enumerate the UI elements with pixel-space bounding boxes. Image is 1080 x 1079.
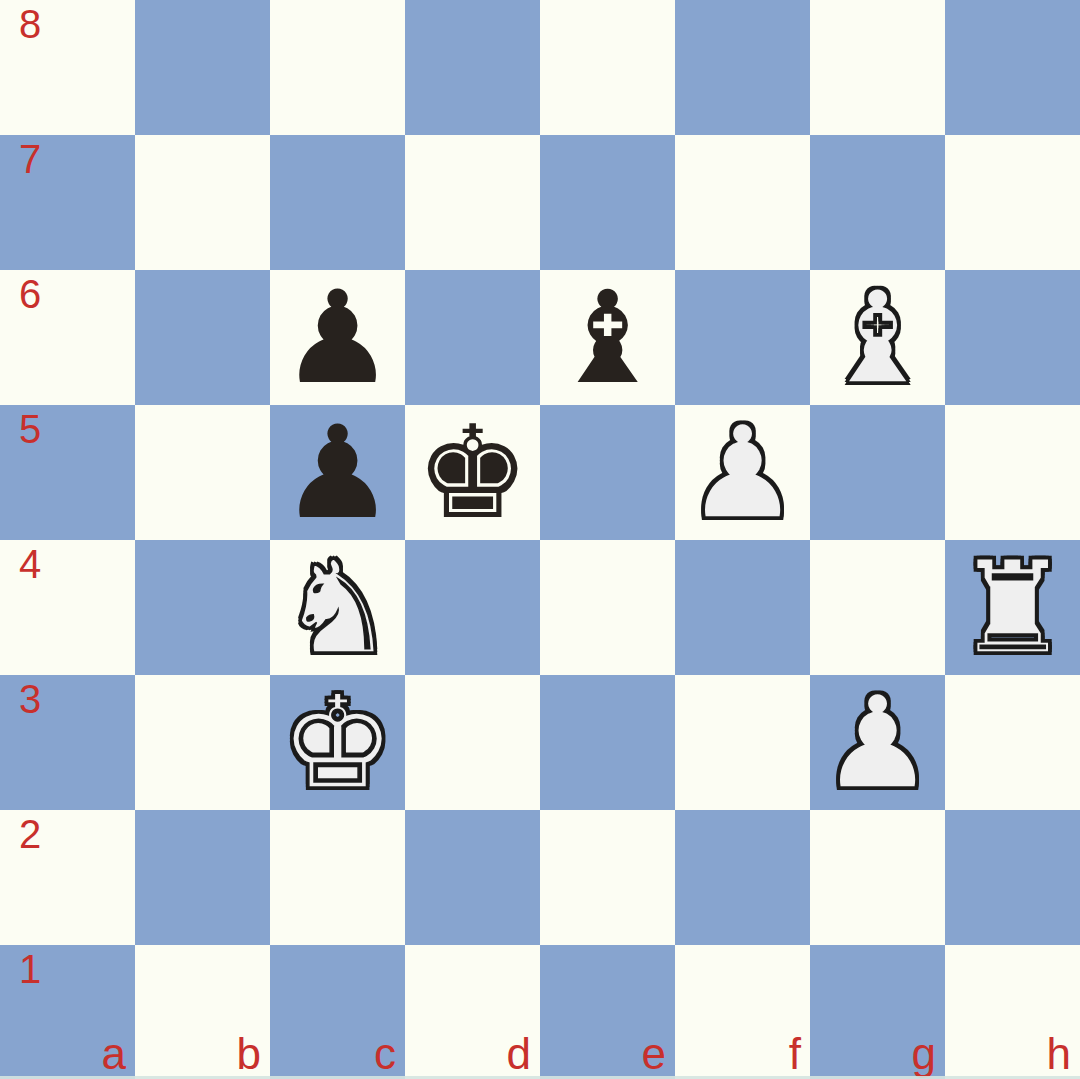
- square-e2[interactable]: [540, 810, 675, 945]
- square-c1[interactable]: [270, 945, 405, 1079]
- square-c2[interactable]: [270, 810, 405, 945]
- square-a1[interactable]: [0, 945, 135, 1079]
- square-f5[interactable]: ♟: [675, 405, 810, 540]
- white-knight: ♞: [280, 540, 395, 675]
- square-f7[interactable]: [675, 135, 810, 270]
- white-pawn: ♟: [685, 405, 800, 540]
- square-h3[interactable]: [945, 675, 1080, 810]
- square-f3[interactable]: [675, 675, 810, 810]
- square-a7[interactable]: [0, 135, 135, 270]
- square-h5[interactable]: [945, 405, 1080, 540]
- square-c7[interactable]: [270, 135, 405, 270]
- square-a4[interactable]: [0, 540, 135, 675]
- square-h8[interactable]: [945, 0, 1080, 135]
- square-b4[interactable]: [135, 540, 270, 675]
- black-bishop: ♝: [550, 270, 665, 405]
- square-f6[interactable]: [675, 270, 810, 405]
- square-h4[interactable]: ♜: [945, 540, 1080, 675]
- square-b5[interactable]: [135, 405, 270, 540]
- square-d4[interactable]: [405, 540, 540, 675]
- white-pawn: ♟: [820, 675, 935, 810]
- square-f8[interactable]: [675, 0, 810, 135]
- black-king: ♚: [415, 405, 530, 540]
- square-d6[interactable]: [405, 270, 540, 405]
- square-a8[interactable]: [0, 0, 135, 135]
- square-g8[interactable]: [810, 0, 945, 135]
- square-f2[interactable]: [675, 810, 810, 945]
- square-e5[interactable]: [540, 405, 675, 540]
- square-e7[interactable]: [540, 135, 675, 270]
- white-rook: ♜: [955, 540, 1070, 675]
- square-e3[interactable]: [540, 675, 675, 810]
- square-e4[interactable]: [540, 540, 675, 675]
- chess-board: ♟♝♝♟♚♟♞♜♚♟87654321abcdefgh: [0, 0, 1080, 1079]
- square-g2[interactable]: [810, 810, 945, 945]
- square-g3[interactable]: ♟: [810, 675, 945, 810]
- square-c8[interactable]: [270, 0, 405, 135]
- square-e1[interactable]: [540, 945, 675, 1079]
- square-b6[interactable]: [135, 270, 270, 405]
- square-g5[interactable]: [810, 405, 945, 540]
- square-c6[interactable]: ♟: [270, 270, 405, 405]
- square-c5[interactable]: ♟: [270, 405, 405, 540]
- square-c3[interactable]: ♚: [270, 675, 405, 810]
- square-h2[interactable]: [945, 810, 1080, 945]
- square-d5[interactable]: ♚: [405, 405, 540, 540]
- square-g7[interactable]: [810, 135, 945, 270]
- square-h6[interactable]: [945, 270, 1080, 405]
- black-pawn: ♟: [280, 405, 395, 540]
- square-d2[interactable]: [405, 810, 540, 945]
- square-h7[interactable]: [945, 135, 1080, 270]
- square-f1[interactable]: [675, 945, 810, 1079]
- square-g4[interactable]: [810, 540, 945, 675]
- square-g1[interactable]: [810, 945, 945, 1079]
- square-b8[interactable]: [135, 0, 270, 135]
- square-b2[interactable]: [135, 810, 270, 945]
- square-a3[interactable]: [0, 675, 135, 810]
- black-pawn: ♟: [280, 270, 395, 405]
- white-king: ♚: [280, 675, 395, 810]
- square-a6[interactable]: [0, 270, 135, 405]
- square-d1[interactable]: [405, 945, 540, 1079]
- square-b1[interactable]: [135, 945, 270, 1079]
- square-d3[interactable]: [405, 675, 540, 810]
- square-d7[interactable]: [405, 135, 540, 270]
- square-f4[interactable]: [675, 540, 810, 675]
- square-g6[interactable]: ♝: [810, 270, 945, 405]
- square-h1[interactable]: [945, 945, 1080, 1079]
- square-a5[interactable]: [0, 405, 135, 540]
- square-b3[interactable]: [135, 675, 270, 810]
- square-c4[interactable]: ♞: [270, 540, 405, 675]
- square-b7[interactable]: [135, 135, 270, 270]
- square-e6[interactable]: ♝: [540, 270, 675, 405]
- white-bishop: ♝: [820, 270, 935, 405]
- square-a2[interactable]: [0, 810, 135, 945]
- square-e8[interactable]: [540, 0, 675, 135]
- square-d8[interactable]: [405, 0, 540, 135]
